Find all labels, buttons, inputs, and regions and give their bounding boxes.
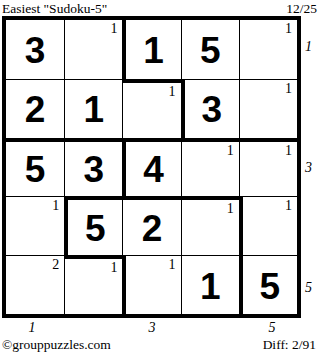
cell-r4c3[interactable]: 2 [122,196,180,255]
cell-r4c1[interactable]: 1 [6,196,64,255]
given-digit: 1 [143,32,164,69]
given-digit: 1 [200,268,221,305]
given-digit: 3 [25,32,46,69]
pencil-mark: 1 [110,22,117,36]
cell-r2c4[interactable]: 3 [181,79,239,138]
copyright-text: ©grouppuzzles.com [2,337,111,353]
given-digit: 5 [85,210,106,247]
page-title: Easiest "Sudoku-5" [2,1,107,17]
given-digit: 5 [25,151,46,188]
pencil-mark: 1 [169,258,176,272]
cell-r5c2[interactable]: 1 [64,255,122,314]
cell-r1c5[interactable]: 1 [239,20,297,79]
cell-r2c2[interactable]: 1 [64,79,122,138]
cell-r4c2[interactable]: 5 [64,196,122,255]
cell-r3c5[interactable]: 1 [239,138,297,197]
col-label-3: 3 [122,320,182,336]
cell-r3c2[interactable]: 3 [64,138,122,197]
given-digit: 4 [143,151,164,188]
row-label-3: 3 [305,160,319,176]
cell-r5c1[interactable]: 2 [6,255,64,314]
given-digit: 3 [84,151,105,188]
col-label-5: 5 [242,320,302,336]
cell-r3c3[interactable]: 4 [122,138,180,197]
given-digit: 1 [84,91,105,128]
sudoku-grid: 3115121131534111521121115 [2,16,301,318]
cell-r2c5[interactable]: 1 [239,79,297,138]
cell-r1c3[interactable]: 1 [122,20,180,79]
cell-r1c2[interactable]: 1 [64,20,122,79]
cell-r3c4[interactable]: 1 [181,138,239,197]
given-digit: 2 [25,91,46,128]
pencil-mark: 1 [227,144,234,158]
pencil-mark: 1 [285,199,292,213]
cell-r5c4[interactable]: 1 [181,255,239,314]
cell-r2c3[interactable]: 1 [122,79,180,138]
given-digit: 3 [201,91,222,128]
given-digit: 2 [142,210,163,247]
row-label-5: 5 [305,280,319,296]
pencil-mark: 2 [52,258,59,272]
puzzle-counter: 12/25 [286,1,317,17]
pencil-mark: 1 [169,85,176,99]
row-label-1: 1 [305,39,319,55]
cell-r5c3[interactable]: 1 [122,255,180,314]
pencil-mark: 1 [285,144,292,158]
cell-r4c5[interactable]: 1 [239,196,297,255]
cell-r4c4[interactable]: 1 [181,196,239,255]
given-digit: 5 [260,268,281,305]
difficulty-text: Diff: 2/91 [263,337,316,353]
cell-r1c4[interactable]: 5 [181,20,239,79]
pencil-mark: 1 [285,82,292,96]
pencil-mark: 1 [52,199,59,213]
cell-r5c5[interactable]: 5 [239,255,297,314]
pencil-mark: 1 [285,22,292,36]
cell-r1c1[interactable]: 3 [6,20,64,79]
pencil-mark: 1 [110,261,117,275]
cell-r2c1[interactable]: 2 [6,79,64,138]
col-label-1: 1 [2,320,62,336]
pencil-mark: 1 [227,202,234,216]
cell-r3c1[interactable]: 5 [6,138,64,197]
given-digit: 5 [200,32,221,69]
